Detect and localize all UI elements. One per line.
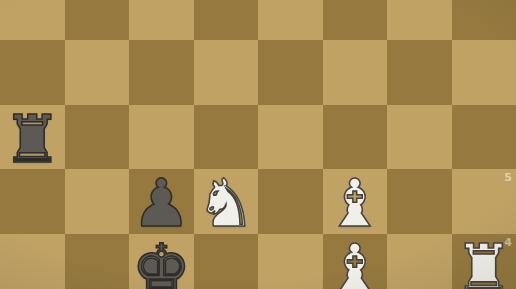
square-b6[interactable] <box>65 105 130 170</box>
square-e6[interactable] <box>258 105 323 170</box>
square-b4[interactable] <box>65 234 130 289</box>
square-c8[interactable] <box>129 0 194 40</box>
black-king[interactable]: ♚ <box>132 236 191 289</box>
black-rook[interactable]: ♜ <box>3 107 62 173</box>
square-d8[interactable] <box>194 0 259 40</box>
square-b5[interactable] <box>65 169 130 234</box>
square-e5[interactable] <box>258 169 323 234</box>
square-g5[interactable] <box>387 169 452 234</box>
square-h4[interactable]: ♜4 <box>452 234 516 289</box>
square-d7[interactable] <box>194 40 259 105</box>
rank-label-5: 5 <box>504 172 512 183</box>
rank-label-4: 4 <box>504 237 512 248</box>
square-g8[interactable] <box>387 0 452 40</box>
square-e7[interactable] <box>258 40 323 105</box>
square-f6[interactable] <box>323 105 388 170</box>
square-f4[interactable]: ♝ <box>323 234 388 289</box>
chess-board: ♜♟♞♝5♚♝♜4♟♜3♚♟♟♟2 <box>0 0 516 289</box>
square-a5[interactable] <box>0 169 65 234</box>
square-e4[interactable] <box>258 234 323 289</box>
square-h8[interactable] <box>452 0 516 40</box>
square-e8[interactable] <box>258 0 323 40</box>
square-f5[interactable]: ♝ <box>323 169 388 234</box>
chess-board-viewport: ♜♟♞♝5♚♝♜4♟♜3♚♟♟♟2 <box>0 0 516 289</box>
square-g7[interactable] <box>387 40 452 105</box>
black-pawn[interactable]: ♟ <box>132 171 191 237</box>
square-a4[interactable] <box>0 234 65 289</box>
square-d5[interactable]: ♞ <box>194 169 259 234</box>
square-h6[interactable] <box>452 105 516 170</box>
white-bishop[interactable]: ♝ <box>325 171 384 237</box>
square-c4[interactable]: ♚ <box>129 234 194 289</box>
square-f7[interactable] <box>323 40 388 105</box>
white-knight[interactable]: ♞ <box>196 171 255 237</box>
square-g6[interactable] <box>387 105 452 170</box>
square-c5[interactable]: ♟ <box>129 169 194 234</box>
square-f8[interactable] <box>323 0 388 40</box>
square-a6[interactable]: ♜ <box>0 105 65 170</box>
square-c7[interactable] <box>129 40 194 105</box>
white-bishop[interactable]: ♝ <box>325 236 384 289</box>
square-a8[interactable] <box>0 0 65 40</box>
square-g4[interactable] <box>387 234 452 289</box>
square-h7[interactable] <box>452 40 516 105</box>
square-b7[interactable] <box>65 40 130 105</box>
square-a7[interactable] <box>0 40 65 105</box>
square-b8[interactable] <box>65 0 130 40</box>
square-h5[interactable]: 5 <box>452 169 516 234</box>
square-d6[interactable] <box>194 105 259 170</box>
square-c6[interactable] <box>129 105 194 170</box>
